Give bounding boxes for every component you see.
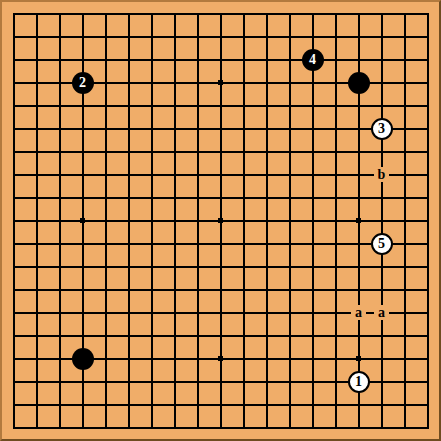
intersection: [186, 25, 209, 48]
intersection: [163, 370, 186, 393]
intersection: [347, 186, 370, 209]
intersection: [232, 416, 255, 439]
intersection: [255, 324, 278, 347]
intersection: [163, 278, 186, 301]
intersection: [232, 255, 255, 278]
intersection: [140, 163, 163, 186]
intersection: [186, 255, 209, 278]
intersection: [416, 278, 439, 301]
intersection: [324, 416, 347, 439]
intersection: 5: [370, 232, 393, 255]
intersection: [71, 2, 94, 25]
intersection: [2, 2, 25, 25]
intersection: [209, 94, 232, 117]
intersection: [186, 117, 209, 140]
intersection: [117, 255, 140, 278]
intersection: [71, 163, 94, 186]
intersection: [163, 324, 186, 347]
intersection: [117, 140, 140, 163]
intersection: [255, 255, 278, 278]
intersection: [117, 416, 140, 439]
intersection: [278, 163, 301, 186]
star-point: [356, 218, 361, 223]
intersection: [232, 232, 255, 255]
intersection: [324, 117, 347, 140]
intersection: [301, 186, 324, 209]
intersection: [186, 232, 209, 255]
intersection: [2, 324, 25, 347]
intersection: [324, 324, 347, 347]
intersection: [232, 324, 255, 347]
intersection: [117, 278, 140, 301]
intersection: [278, 94, 301, 117]
intersection: [232, 25, 255, 48]
intersection: [255, 117, 278, 140]
intersection: [94, 370, 117, 393]
intersection: [186, 48, 209, 71]
intersection: [301, 232, 324, 255]
intersection: [94, 186, 117, 209]
intersection: [255, 416, 278, 439]
intersection: [71, 393, 94, 416]
intersection: [163, 71, 186, 94]
intersection: [209, 209, 232, 232]
intersection: [232, 48, 255, 71]
intersection: [25, 117, 48, 140]
intersection: [255, 48, 278, 71]
intersection: [117, 347, 140, 370]
intersection: [117, 94, 140, 117]
intersection: [163, 209, 186, 232]
intersection: [209, 117, 232, 140]
intersection: [393, 48, 416, 71]
intersection: [48, 393, 71, 416]
intersection: [140, 209, 163, 232]
intersection: [2, 163, 25, 186]
stone-white-q3-move-1: 1: [348, 371, 370, 393]
intersection: [25, 94, 48, 117]
intersection: [94, 163, 117, 186]
intersection: [71, 255, 94, 278]
intersection: [301, 94, 324, 117]
intersection: [117, 209, 140, 232]
intersection: [25, 278, 48, 301]
intersection: [163, 48, 186, 71]
intersection: [117, 48, 140, 71]
intersection: [416, 324, 439, 347]
intersection: [94, 393, 117, 416]
intersection: [163, 186, 186, 209]
intersection: [301, 163, 324, 186]
intersection: [393, 278, 416, 301]
intersection: [301, 416, 324, 439]
intersection: [71, 347, 94, 370]
intersection: [94, 278, 117, 301]
intersection: [232, 209, 255, 232]
intersection: [25, 301, 48, 324]
intersection: [48, 232, 71, 255]
intersection: [25, 209, 48, 232]
intersection: [25, 186, 48, 209]
intersection: [48, 140, 71, 163]
intersection: [25, 393, 48, 416]
intersection: [393, 324, 416, 347]
intersection: [163, 232, 186, 255]
intersection: [416, 48, 439, 71]
intersection: [25, 25, 48, 48]
intersection: [25, 255, 48, 278]
intersection: [416, 94, 439, 117]
intersection: [278, 278, 301, 301]
intersection: [347, 117, 370, 140]
intersection: [347, 2, 370, 25]
intersection: [163, 94, 186, 117]
intersection: [255, 232, 278, 255]
intersection: [2, 71, 25, 94]
intersection: [255, 186, 278, 209]
intersection: [2, 416, 25, 439]
intersection: [94, 117, 117, 140]
intersection: [393, 232, 416, 255]
star-point: [218, 218, 223, 223]
stone-white-r14-move-3: 3: [371, 118, 393, 140]
intersection: [209, 140, 232, 163]
intersection: [324, 393, 347, 416]
intersection: [2, 370, 25, 393]
intersection: [2, 25, 25, 48]
intersection: [71, 209, 94, 232]
intersection: [278, 71, 301, 94]
intersection: [209, 25, 232, 48]
intersection: [393, 186, 416, 209]
intersection: [232, 140, 255, 163]
intersection: [117, 370, 140, 393]
intersection: [186, 370, 209, 393]
intersection: [2, 48, 25, 71]
intersection: [209, 347, 232, 370]
intersection: [393, 117, 416, 140]
intersection: [278, 301, 301, 324]
intersection: [117, 71, 140, 94]
intersection: [416, 2, 439, 25]
intersection: [232, 347, 255, 370]
intersection: [232, 2, 255, 25]
intersection: [393, 347, 416, 370]
intersection: [25, 163, 48, 186]
intersection: [416, 117, 439, 140]
intersection: 2: [71, 71, 94, 94]
intersection: [416, 232, 439, 255]
intersection: [71, 94, 94, 117]
intersection: [117, 2, 140, 25]
intersection: [186, 278, 209, 301]
intersection: [347, 25, 370, 48]
intersection: [140, 232, 163, 255]
intersection: [324, 48, 347, 71]
intersection: [278, 324, 301, 347]
intersection: [347, 347, 370, 370]
intersection: [370, 255, 393, 278]
intersection: [163, 347, 186, 370]
intersection: [255, 278, 278, 301]
intersection: [416, 71, 439, 94]
intersection: [278, 186, 301, 209]
intersection: [186, 2, 209, 25]
intersection: [324, 2, 347, 25]
intersection: [301, 2, 324, 25]
intersection: [209, 278, 232, 301]
intersection: [2, 117, 25, 140]
intersection: [186, 393, 209, 416]
intersection: [140, 71, 163, 94]
intersection: [278, 117, 301, 140]
intersection: [278, 347, 301, 370]
intersection: [255, 370, 278, 393]
intersection: [140, 140, 163, 163]
intersection: 1: [347, 370, 370, 393]
intersection: [117, 324, 140, 347]
intersection: [416, 186, 439, 209]
intersection: [347, 94, 370, 117]
intersection: [140, 255, 163, 278]
intersection: [163, 2, 186, 25]
intersection: [140, 48, 163, 71]
intersection: [347, 278, 370, 301]
intersection: [2, 278, 25, 301]
intersection: [416, 25, 439, 48]
intersection: [232, 393, 255, 416]
intersection: [370, 370, 393, 393]
intersection: [301, 117, 324, 140]
intersection: [94, 255, 117, 278]
intersection: [324, 140, 347, 163]
intersection: [393, 25, 416, 48]
intersection: [94, 94, 117, 117]
intersection: [2, 255, 25, 278]
intersection: [301, 140, 324, 163]
star-point: [218, 80, 223, 85]
intersection: [255, 25, 278, 48]
stone-black-o17-move-4: 4: [302, 49, 324, 71]
intersection: [209, 163, 232, 186]
intersection: [48, 71, 71, 94]
intersection: [71, 278, 94, 301]
intersection: [163, 301, 186, 324]
intersection: [94, 2, 117, 25]
intersection: [370, 324, 393, 347]
intersection: [186, 301, 209, 324]
intersection: [163, 117, 186, 140]
intersection: [48, 324, 71, 347]
intersection: [186, 140, 209, 163]
intersection: [186, 71, 209, 94]
intersection: [255, 140, 278, 163]
intersection: [117, 301, 140, 324]
intersection: [278, 255, 301, 278]
intersection: [2, 232, 25, 255]
intersection: [393, 2, 416, 25]
intersection: [163, 140, 186, 163]
intersection: [416, 209, 439, 232]
intersection: [140, 278, 163, 301]
intersection: [48, 117, 71, 140]
intersection: [255, 94, 278, 117]
intersection: [94, 48, 117, 71]
intersection: [393, 71, 416, 94]
intersection: [370, 25, 393, 48]
intersection: [324, 25, 347, 48]
intersection: [25, 140, 48, 163]
intersection: [278, 232, 301, 255]
intersection: [140, 324, 163, 347]
intersection: [2, 347, 25, 370]
intersection: [48, 48, 71, 71]
intersection: [255, 163, 278, 186]
intersection: [140, 186, 163, 209]
intersection: [278, 393, 301, 416]
intersection: [347, 416, 370, 439]
intersection: [163, 25, 186, 48]
intersection: [48, 255, 71, 278]
intersection: [232, 94, 255, 117]
intersection: [416, 370, 439, 393]
intersection: [71, 301, 94, 324]
intersection: [255, 2, 278, 25]
intersection: [347, 232, 370, 255]
intersection: [140, 370, 163, 393]
intersection: [393, 301, 416, 324]
intersection: [48, 163, 71, 186]
intersection: [370, 416, 393, 439]
intersection: [94, 25, 117, 48]
intersection: [324, 301, 347, 324]
intersection: [301, 25, 324, 48]
intersection: [416, 163, 439, 186]
intersection: [163, 255, 186, 278]
intersection: [232, 301, 255, 324]
intersection: [94, 301, 117, 324]
intersection: [94, 347, 117, 370]
intersection: [71, 370, 94, 393]
intersection: [370, 393, 393, 416]
intersection: [209, 232, 232, 255]
intersection: [393, 94, 416, 117]
intersection: [324, 347, 347, 370]
intersection: [209, 48, 232, 71]
intersection: [370, 2, 393, 25]
intersection: [370, 71, 393, 94]
intersection: a: [370, 301, 393, 324]
intersection: [117, 117, 140, 140]
intersection: [301, 209, 324, 232]
intersection: [278, 209, 301, 232]
intersection: [209, 255, 232, 278]
stone-white-r9-move-5: 5: [371, 233, 393, 255]
intersection: [370, 347, 393, 370]
intersection: [2, 140, 25, 163]
intersection: [347, 255, 370, 278]
intersection: [25, 71, 48, 94]
marker-b-r12: b: [374, 167, 389, 182]
intersection: [71, 324, 94, 347]
intersection: [48, 347, 71, 370]
intersection: [393, 209, 416, 232]
intersection: [416, 255, 439, 278]
intersection: [140, 2, 163, 25]
intersection: [232, 370, 255, 393]
marker-a-q6: a: [351, 305, 366, 320]
intersection: [117, 232, 140, 255]
intersection: [324, 186, 347, 209]
intersection: [301, 71, 324, 94]
intersection: [370, 48, 393, 71]
intersection: [140, 301, 163, 324]
intersection: [2, 186, 25, 209]
intersection: [278, 370, 301, 393]
intersection: [25, 416, 48, 439]
intersection: [324, 209, 347, 232]
star-point: [218, 356, 223, 361]
intersection: [347, 71, 370, 94]
intersection: a: [347, 301, 370, 324]
intersection: [186, 416, 209, 439]
intersection: [301, 347, 324, 370]
intersection: [347, 393, 370, 416]
intersection: [324, 370, 347, 393]
intersection: [232, 186, 255, 209]
intersection: [278, 25, 301, 48]
intersection: [278, 416, 301, 439]
intersection: [416, 393, 439, 416]
intersection: 3: [370, 117, 393, 140]
intersection: [301, 278, 324, 301]
intersection: [140, 416, 163, 439]
intersection: [393, 393, 416, 416]
intersection: [278, 140, 301, 163]
intersection: [209, 301, 232, 324]
stone-black-d16-move-2: 2: [72, 72, 94, 94]
intersection: [71, 232, 94, 255]
intersection: [2, 94, 25, 117]
intersection: [25, 232, 48, 255]
intersection: [416, 140, 439, 163]
intersection: [255, 347, 278, 370]
intersection: [25, 48, 48, 71]
intersection: [370, 94, 393, 117]
intersection: [209, 370, 232, 393]
intersection: [347, 324, 370, 347]
intersection: [140, 393, 163, 416]
intersection: [232, 71, 255, 94]
intersection: [117, 163, 140, 186]
intersection: [278, 2, 301, 25]
intersection: [71, 25, 94, 48]
intersection: [48, 278, 71, 301]
intersection: [255, 393, 278, 416]
intersection: [25, 2, 48, 25]
intersection: [71, 140, 94, 163]
intersection: [25, 370, 48, 393]
intersection: [117, 25, 140, 48]
intersection: [48, 416, 71, 439]
intersection: [94, 416, 117, 439]
intersection: [163, 416, 186, 439]
intersection: [324, 94, 347, 117]
intersection: [117, 186, 140, 209]
intersection: [48, 186, 71, 209]
intersection: [94, 140, 117, 163]
intersection: [301, 370, 324, 393]
